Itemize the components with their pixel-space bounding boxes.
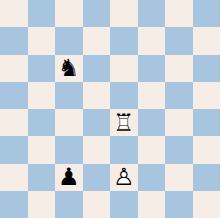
piece-glyph: ♞ [56,55,82,81]
square-h2[interactable] [193,164,221,191]
square-h4[interactable] [193,109,221,136]
square-h7[interactable] [193,27,221,54]
square-e7[interactable] [110,27,138,54]
square-d6[interactable] [83,55,111,82]
square-b4[interactable] [28,109,56,136]
square-e3[interactable] [110,136,138,163]
square-d8[interactable] [83,0,111,27]
square-a7[interactable] [0,27,28,54]
square-h6[interactable] [193,55,221,82]
square-g6[interactable] [165,55,193,82]
square-b8[interactable] [28,0,56,27]
square-g1[interactable] [165,191,193,218]
square-g5[interactable] [165,82,193,109]
square-d3[interactable] [83,136,111,163]
square-c7[interactable] [55,27,83,54]
square-e1[interactable] [110,191,138,218]
square-a5[interactable] [0,82,28,109]
square-f1[interactable] [138,191,166,218]
piece-glyph: ♙ [111,164,137,190]
square-f4[interactable] [138,109,166,136]
chessboard-container: ♞♜♖♟♟♙ [0,0,220,218]
square-a1[interactable] [0,191,28,218]
square-b7[interactable] [28,27,56,54]
square-c6[interactable]: ♞ [55,55,83,82]
square-d4[interactable] [83,109,111,136]
square-h3[interactable] [193,136,221,163]
square-g4[interactable] [165,109,193,136]
square-c4[interactable] [55,109,83,136]
square-g8[interactable] [165,0,193,27]
square-f2[interactable] [138,164,166,191]
square-d7[interactable] [83,27,111,54]
square-b3[interactable] [28,136,56,163]
square-c3[interactable] [55,136,83,163]
square-h8[interactable] [193,0,221,27]
square-a2[interactable] [0,164,28,191]
square-f3[interactable] [138,136,166,163]
square-d5[interactable] [83,82,111,109]
square-g7[interactable] [165,27,193,54]
square-f6[interactable] [138,55,166,82]
square-g3[interactable] [165,136,193,163]
square-b5[interactable] [28,82,56,109]
square-c5[interactable] [55,82,83,109]
white-pawn[interactable]: ♟♙ [111,164,137,190]
square-h1[interactable] [193,191,221,218]
square-f5[interactable] [138,82,166,109]
square-d2[interactable] [83,164,111,191]
square-a8[interactable] [0,0,28,27]
square-e8[interactable] [110,0,138,27]
square-a6[interactable] [0,55,28,82]
square-a3[interactable] [0,136,28,163]
square-e6[interactable] [110,55,138,82]
black-pawn[interactable]: ♟ [56,164,82,190]
square-g2[interactable] [165,164,193,191]
square-b1[interactable] [28,191,56,218]
piece-glyph: ♟ [56,164,82,190]
square-b6[interactable] [28,55,56,82]
square-e2[interactable]: ♟♙ [110,164,138,191]
square-c2[interactable]: ♟ [55,164,83,191]
black-knight[interactable]: ♞ [56,55,82,81]
square-e5[interactable] [110,82,138,109]
square-e4[interactable]: ♜♖ [110,109,138,136]
square-c8[interactable] [55,0,83,27]
square-a4[interactable] [0,109,28,136]
square-c1[interactable] [55,191,83,218]
square-h5[interactable] [193,82,221,109]
piece-glyph: ♖ [111,110,137,136]
square-b2[interactable] [28,164,56,191]
square-f8[interactable] [138,0,166,27]
chess-board: ♞♜♖♟♟♙ [0,0,220,218]
white-rook[interactable]: ♜♖ [111,110,137,136]
square-f7[interactable] [138,27,166,54]
square-d1[interactable] [83,191,111,218]
